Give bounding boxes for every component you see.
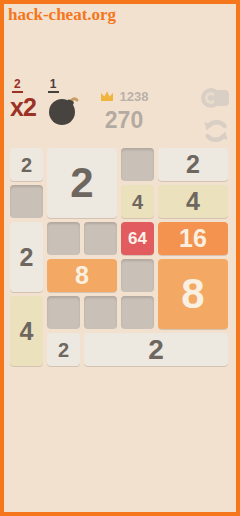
tile-16[interactable]: 16 [158, 222, 228, 255]
tile-2[interactable]: 2 [47, 333, 80, 366]
best-score-row: 1238 [100, 88, 149, 106]
empty-cell [10, 185, 43, 218]
tile-8[interactable]: 8 [47, 259, 117, 292]
bomb-count: 1 [48, 78, 59, 93]
tile-4[interactable]: 4 [158, 185, 228, 218]
multiplier-count: 2 [12, 78, 23, 93]
empty-cell [121, 259, 154, 292]
tile-2[interactable]: 2 [10, 148, 43, 181]
tile-2[interactable]: 2 [158, 148, 228, 181]
current-score-value: 270 [105, 108, 143, 132]
crown-icon [100, 88, 114, 106]
tile-2[interactable]: 2 [84, 333, 228, 366]
refresh-icon[interactable] [202, 118, 230, 148]
tile-8[interactable]: 8 [158, 259, 228, 329]
tile-4[interactable]: 4 [121, 185, 154, 218]
empty-cell [47, 222, 80, 255]
empty-cell [47, 296, 80, 329]
empty-cell [84, 296, 117, 329]
best-score-value: 1238 [120, 90, 149, 104]
board[interactable]: 222442641688422 [10, 148, 228, 366]
powerup-bar: 2 x2 1 [10, 78, 80, 130]
multiplier-label: x2 [10, 94, 36, 120]
tile-2[interactable]: 2 [47, 148, 117, 218]
action-buttons [200, 84, 232, 148]
tile-64[interactable]: 64 [121, 222, 154, 255]
megaphone-icon[interactable] [200, 84, 232, 115]
empty-cell [121, 148, 154, 181]
tile-2[interactable]: 2 [10, 222, 43, 292]
empty-cell [121, 296, 154, 329]
multiplier-powerup-button[interactable]: 2 x2 [10, 78, 36, 120]
score-panel: 1238 270 [82, 88, 166, 132]
empty-cell [84, 222, 117, 255]
bomb-icon [46, 94, 80, 130]
app-window: hack-cheat.org 2 x2 1 1238 [0, 0, 240, 516]
tile-4[interactable]: 4 [10, 296, 43, 366]
bomb-powerup-button[interactable]: 1 [46, 78, 80, 130]
site-banner: hack-cheat.org [8, 4, 116, 25]
